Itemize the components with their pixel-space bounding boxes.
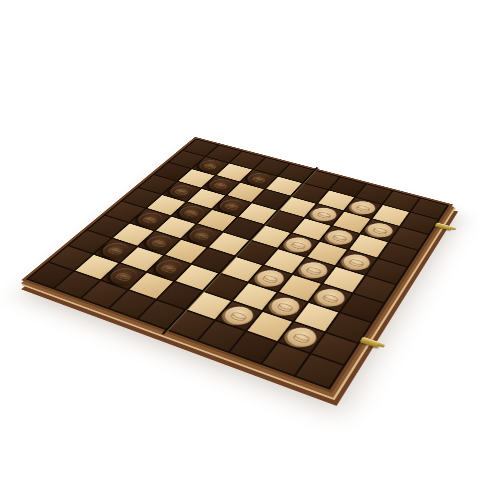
checkers-board: ⛂⛂⛀⛂⛀⛀⛂⛂⛀⛂⛀⛀⛂⛂⛀⛂⛀⛀⛂⛂⛀⛂⛀⛀	[21, 137, 453, 394]
board-grid: ⛂⛂⛀⛂⛀⛀⛂⛂⛀⛂⛀⛀⛂⛂⛀⛂⛀⛀⛂⛂⛀⛂⛀⛀	[21, 137, 453, 394]
brass-clasp-upper	[434, 223, 453, 231]
brass-clasp-lower	[360, 336, 382, 348]
product-photo-scene: ⛂⛂⛀⛂⛀⛀⛂⛂⛀⛂⛀⛀⛂⛂⛀⛂⛀⛀⛂⛂⛀⛂⛀⛀	[0, 0, 500, 500]
